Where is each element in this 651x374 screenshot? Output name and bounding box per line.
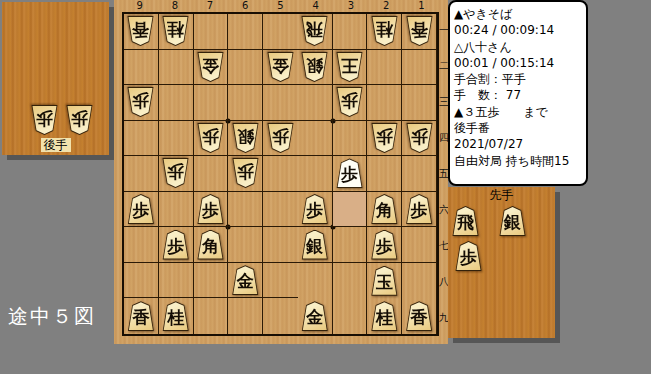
square-64[interactable]: 銀 — [228, 121, 263, 157]
square-85[interactable]: 歩 — [159, 156, 194, 192]
game-date: 2021/07/27 — [454, 136, 582, 152]
piece-sente-fu[interactable]: 歩 — [406, 194, 433, 224]
gote-hand-pieces: 歩歩 — [29, 105, 99, 137]
file-label: 3 — [333, 0, 368, 12]
square-29[interactable]: 桂 — [367, 298, 402, 334]
square-26[interactable]: 角 — [367, 192, 402, 228]
last-move-text: ▲３五歩 まで — [454, 104, 582, 120]
square-97[interactable] — [124, 227, 159, 263]
square-96[interactable]: 歩 — [124, 192, 159, 228]
square-43[interactable] — [298, 85, 333, 121]
piece-sente-kin[interactable]: 金 — [232, 265, 259, 295]
square-99[interactable]: 香 — [124, 298, 159, 334]
square-17[interactable] — [402, 227, 437, 263]
square-14[interactable]: 歩 — [402, 121, 437, 157]
file-label: 1 — [404, 0, 439, 12]
square-24[interactable]: 歩 — [367, 121, 402, 157]
square-18[interactable] — [402, 263, 437, 299]
file-labels: 987654321 — [122, 0, 439, 12]
square-49[interactable]: 金 — [298, 298, 333, 334]
gote-clock: 00:01 / 00:15:14 — [454, 55, 582, 71]
square-59[interactable] — [263, 298, 298, 334]
square-19[interactable]: 香 — [402, 298, 437, 334]
piece-gote-kei[interactable]: 桂 — [371, 16, 398, 46]
sente-clock: 00:24 / 00:09:14 — [454, 22, 582, 38]
piece-sente-fu[interactable]: 歩 — [301, 194, 328, 224]
shogi-board: 香桂飛桂香金金銀王歩歩歩銀歩歩歩歩歩歩歩歩歩角歩歩角銀歩金玉香桂金桂香 — [122, 12, 439, 336]
square-52[interactable]: 金 — [263, 50, 298, 86]
game-info-panel: ▲やきそば 00:24 / 00:09:14 △八十さん 00:01 / 00:… — [448, 0, 588, 186]
piece-gote-fu[interactable]: 歩 — [127, 87, 154, 117]
square-77[interactable]: 角 — [194, 227, 229, 263]
piece-sente-kyo[interactable]: 香 — [406, 301, 433, 331]
square-78[interactable] — [194, 263, 229, 299]
diagram-caption: 途中５図 — [8, 302, 96, 330]
square-31[interactable] — [333, 14, 368, 50]
square-94[interactable] — [124, 121, 159, 157]
square-33[interactable]: 歩 — [333, 85, 368, 121]
square-27[interactable]: 歩 — [367, 227, 402, 263]
file-label: 8 — [157, 0, 192, 12]
piece-gote-hi[interactable]: 飛 — [301, 16, 328, 46]
square-48[interactable] — [298, 263, 333, 299]
piece-sente-kei[interactable]: 桂 — [162, 301, 189, 331]
gote-label: 後手 — [41, 138, 71, 152]
piece-gote-fu[interactable]: 歩 — [197, 123, 224, 153]
square-42[interactable]: 銀 — [298, 50, 333, 86]
square-47[interactable]: 銀 — [298, 227, 333, 263]
square-25[interactable] — [367, 156, 402, 192]
square-91[interactable]: 香 — [124, 14, 159, 50]
square-58[interactable] — [263, 263, 298, 299]
piece-sente-kaku[interactable]: 角 — [371, 194, 398, 224]
sente-hand-tray: 先手 飛銀歩 — [448, 187, 555, 338]
square-45[interactable] — [298, 156, 333, 192]
piece-sente-fu[interactable]: 歩 — [127, 194, 154, 224]
piece-sente-gin[interactable]: 銀 — [499, 206, 526, 236]
piece-gote-fu[interactable]: 歩 — [31, 105, 58, 135]
square-12[interactable] — [402, 50, 437, 86]
piece-gote-gin[interactable]: 銀 — [301, 52, 328, 82]
file-label: 4 — [298, 0, 333, 12]
square-57[interactable] — [263, 227, 298, 263]
square-79[interactable] — [194, 298, 229, 334]
square-69[interactable] — [228, 298, 263, 334]
square-41[interactable]: 飛 — [298, 14, 333, 50]
piece-sente-fu[interactable]: 歩 — [197, 194, 224, 224]
piece-sente-gyoku[interactable]: 玉 — [371, 266, 398, 296]
square-23[interactable] — [367, 85, 402, 121]
square-53[interactable] — [263, 85, 298, 121]
square-74[interactable]: 歩 — [194, 121, 229, 157]
piece-gote-kyo[interactable]: 香 — [406, 16, 433, 46]
square-73[interactable] — [194, 85, 229, 121]
square-95[interactable] — [124, 156, 159, 192]
piece-sente-fu[interactable]: 歩 — [336, 158, 363, 188]
piece-sente-kin[interactable]: 金 — [301, 301, 328, 331]
square-62[interactable] — [228, 50, 263, 86]
gote-hand-tray: 歩歩 後手 — [2, 2, 109, 155]
square-39[interactable] — [333, 298, 368, 334]
square-93[interactable]: 歩 — [124, 85, 159, 121]
square-71[interactable] — [194, 14, 229, 50]
gote-player-name: △八十さん — [454, 39, 582, 55]
piece-gote-fu[interactable]: 歩 — [66, 105, 93, 135]
piece-gote-fu[interactable]: 歩 — [162, 158, 189, 188]
square-67[interactable] — [228, 227, 263, 263]
square-37[interactable] — [333, 227, 368, 263]
square-55[interactable] — [263, 156, 298, 192]
piece-sente-hi[interactable]: 飛 — [452, 206, 479, 236]
piece-gote-fu[interactable]: 歩 — [371, 123, 398, 153]
piece-gote-kin[interactable]: 金 — [197, 52, 224, 82]
piece-sente-kei[interactable]: 桂 — [371, 301, 398, 331]
file-label: 9 — [122, 0, 157, 12]
square-68[interactable]: 金 — [228, 263, 263, 299]
square-28[interactable]: 玉 — [367, 263, 402, 299]
square-34[interactable] — [333, 121, 368, 157]
square-44[interactable] — [298, 121, 333, 157]
app-canvas: 歩歩 後手 987654321 一二三四五六七八九 香桂飛桂香金金銀王歩歩歩銀歩… — [0, 0, 651, 374]
piece-sente-fu[interactable]: 歩 — [162, 230, 189, 260]
square-76[interactable]: 歩 — [194, 192, 229, 228]
piece-sente-kaku[interactable]: 角 — [197, 230, 224, 260]
piece-gote-fu[interactable]: 歩 — [232, 158, 259, 188]
square-32[interactable]: 王 — [333, 50, 368, 86]
move-count: 手 数： 77 — [454, 87, 582, 103]
piece-sente-kyo[interactable]: 香 — [127, 301, 154, 331]
piece-sente-gin[interactable]: 銀 — [301, 230, 328, 260]
square-61[interactable] — [228, 14, 263, 50]
turn-indicator: 後手番 — [454, 120, 582, 136]
piece-gote-gin[interactable]: 銀 — [232, 123, 259, 153]
square-81[interactable]: 桂 — [159, 14, 194, 50]
sente-player-name: ▲やきそば — [454, 6, 582, 22]
square-92[interactable] — [124, 50, 159, 86]
square-13[interactable] — [402, 85, 437, 121]
piece-gote-ou[interactable]: 王 — [336, 52, 363, 82]
piece-gote-fu[interactable]: 歩 — [336, 87, 363, 117]
square-35[interactable]: 歩 — [333, 156, 368, 192]
piece-sente-fu[interactable]: 歩 — [455, 241, 482, 271]
game-type: 自由対局 持ち時間15 — [454, 153, 582, 169]
square-83[interactable] — [159, 85, 194, 121]
square-21[interactable]: 桂 — [367, 14, 402, 50]
square-15[interactable] — [402, 156, 437, 192]
square-56[interactable] — [263, 192, 298, 228]
square-16[interactable]: 歩 — [402, 192, 437, 228]
square-72[interactable]: 金 — [194, 50, 229, 86]
board-panel: 987654321 一二三四五六七八九 香桂飛桂香金金銀王歩歩歩銀歩歩歩歩歩歩歩… — [114, 0, 448, 344]
square-75[interactable] — [194, 156, 229, 192]
square-36[interactable] — [333, 192, 368, 228]
handicap-info: 手合割：平手 — [454, 71, 582, 87]
square-88[interactable] — [159, 263, 194, 299]
square-82[interactable] — [159, 50, 194, 86]
square-86[interactable] — [159, 192, 194, 228]
square-65[interactable]: 歩 — [228, 156, 263, 192]
square-22[interactable] — [367, 50, 402, 86]
square-51[interactable] — [263, 14, 298, 50]
square-38[interactable] — [333, 263, 368, 299]
square-84[interactable] — [159, 121, 194, 157]
square-54[interactable]: 歩 — [263, 121, 298, 157]
square-11[interactable]: 香 — [402, 14, 437, 50]
sente-hand-pieces: 飛銀歩 — [448, 187, 555, 338]
square-63[interactable] — [228, 85, 263, 121]
piece-sente-fu[interactable]: 歩 — [371, 230, 398, 260]
square-46[interactable]: 歩 — [298, 192, 333, 228]
file-label: 7 — [192, 0, 227, 12]
piece-gote-fu[interactable]: 歩 — [267, 123, 294, 153]
square-66[interactable] — [228, 192, 263, 228]
piece-gote-fu[interactable]: 歩 — [406, 123, 433, 153]
square-89[interactable]: 桂 — [159, 298, 194, 334]
piece-gote-kei[interactable]: 桂 — [162, 16, 189, 46]
piece-gote-kyo[interactable]: 香 — [127, 16, 154, 46]
file-label: 2 — [369, 0, 404, 12]
square-87[interactable]: 歩 — [159, 227, 194, 263]
file-label: 6 — [228, 0, 263, 12]
piece-gote-kin[interactable]: 金 — [267, 52, 294, 82]
square-98[interactable] — [124, 263, 159, 299]
file-label: 5 — [263, 0, 298, 12]
